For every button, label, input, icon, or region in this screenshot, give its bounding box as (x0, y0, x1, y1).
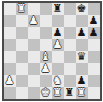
square-b6[interactable] (16, 27, 28, 39)
chess-board: ♜♜♚♟♟♟♟♟♟♝♛♟♟♞♟♚♜♜♜ (2, 1, 102, 101)
square-f4[interactable] (64, 51, 76, 63)
white-pawn-icon: ♟ (41, 63, 51, 75)
square-e7[interactable] (52, 15, 64, 27)
square-f2[interactable] (64, 75, 76, 87)
black-king-icon: ♚ (77, 3, 87, 15)
square-h7[interactable]: ♟ (88, 15, 100, 27)
black-pawn-icon: ♟ (77, 75, 87, 87)
square-a7[interactable] (4, 15, 16, 27)
square-c4[interactable] (28, 51, 40, 63)
square-f7[interactable] (64, 15, 76, 27)
square-h1[interactable] (88, 87, 100, 99)
square-g3[interactable] (76, 63, 88, 75)
square-c5[interactable] (28, 39, 40, 51)
white-rook-icon: ♜ (53, 87, 63, 99)
square-h2[interactable] (88, 75, 100, 87)
square-h8[interactable] (88, 3, 100, 15)
square-c6[interactable] (28, 27, 40, 39)
square-d1[interactable]: ♚ (40, 87, 52, 99)
square-g1[interactable]: ♜ (76, 87, 88, 99)
black-rook-icon: ♜ (53, 3, 63, 15)
square-a5[interactable] (4, 39, 16, 51)
black-rook-icon: ♜ (65, 87, 75, 99)
square-g4[interactable]: ♛ (76, 51, 88, 63)
square-b5[interactable] (16, 39, 28, 51)
square-f3[interactable] (64, 63, 76, 75)
square-d5[interactable] (40, 39, 52, 51)
square-a2[interactable]: ♟ (4, 75, 16, 87)
square-h6[interactable]: ♟ (88, 27, 100, 39)
square-c8[interactable] (28, 3, 40, 15)
white-rook-icon: ♜ (17, 3, 27, 15)
white-bishop-icon: ♝ (41, 51, 51, 63)
square-g5[interactable] (76, 39, 88, 51)
square-g8[interactable]: ♚ (76, 3, 88, 15)
black-pawn-icon: ♟ (89, 15, 99, 27)
square-d4[interactable]: ♝ (40, 51, 52, 63)
square-d6[interactable] (40, 27, 52, 39)
square-b7[interactable] (16, 15, 28, 27)
square-c2[interactable] (28, 75, 40, 87)
square-f8[interactable] (64, 3, 76, 15)
white-rook-icon: ♜ (77, 87, 87, 99)
square-e8[interactable]: ♜ (52, 3, 64, 15)
square-h5[interactable] (88, 39, 100, 51)
square-a3[interactable] (4, 63, 16, 75)
square-e3[interactable] (52, 63, 64, 75)
black-pawn-icon: ♟ (89, 27, 99, 39)
square-b8[interactable]: ♜ (16, 3, 28, 15)
square-g2[interactable]: ♟ (76, 75, 88, 87)
square-e4[interactable] (52, 51, 64, 63)
square-b2[interactable] (16, 75, 28, 87)
square-g7[interactable] (76, 15, 88, 27)
square-b4[interactable] (16, 51, 28, 63)
square-g6[interactable]: ♟ (76, 27, 88, 39)
square-c3[interactable] (28, 63, 40, 75)
black-queen-icon: ♛ (77, 51, 87, 63)
square-d7[interactable] (40, 15, 52, 27)
square-a4[interactable] (4, 51, 16, 63)
white-knight-icon: ♞ (53, 75, 63, 87)
square-b1[interactable] (16, 87, 28, 99)
square-f6[interactable] (64, 27, 76, 39)
square-d8[interactable] (40, 3, 52, 15)
square-a8[interactable] (4, 3, 16, 15)
square-c1[interactable] (28, 87, 40, 99)
white-pawn-icon: ♟ (53, 39, 63, 51)
square-e2[interactable]: ♞ (52, 75, 64, 87)
white-king-icon: ♚ (41, 87, 51, 99)
square-d2[interactable] (40, 75, 52, 87)
square-a6[interactable] (4, 27, 16, 39)
square-f1[interactable]: ♜ (64, 87, 76, 99)
square-a1[interactable] (4, 87, 16, 99)
square-e5[interactable]: ♟ (52, 39, 64, 51)
black-pawn-icon: ♟ (53, 27, 63, 39)
white-pawn-icon: ♟ (5, 75, 15, 87)
square-f5[interactable] (64, 39, 76, 51)
square-c7[interactable]: ♟ (28, 15, 40, 27)
square-e6[interactable]: ♟ (52, 27, 64, 39)
square-d3[interactable]: ♟ (40, 63, 52, 75)
chess-diagram: ♜♜♚♟♟♟♟♟♟♝♛♟♟♞♟♚♜♜♜ (0, 0, 103, 102)
square-h3[interactable] (88, 63, 100, 75)
square-e1[interactable]: ♜ (52, 87, 64, 99)
black-pawn-icon: ♟ (77, 27, 87, 39)
square-b3[interactable] (16, 63, 28, 75)
white-pawn-icon: ♟ (29, 15, 39, 27)
square-h4[interactable] (88, 51, 100, 63)
